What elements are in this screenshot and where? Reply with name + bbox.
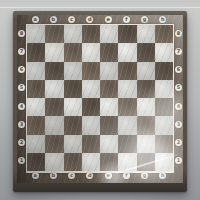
square-b5[interactable] bbox=[45, 80, 63, 98]
square-d5[interactable] bbox=[82, 80, 100, 98]
rank-label-right-8: 8 bbox=[175, 30, 182, 37]
rank-label-right-3: 3 bbox=[175, 121, 182, 128]
square-g6[interactable] bbox=[137, 62, 155, 80]
file-label-top-f: f bbox=[123, 16, 130, 23]
rank-label-right-2: 2 bbox=[175, 139, 182, 146]
square-b8[interactable] bbox=[45, 25, 63, 43]
rank-label-left-8: 8 bbox=[18, 30, 25, 37]
square-h7[interactable] bbox=[155, 43, 173, 61]
square-f6[interactable] bbox=[118, 62, 136, 80]
square-f8[interactable] bbox=[118, 25, 136, 43]
rank-label-right-5: 5 bbox=[175, 84, 182, 91]
square-f2[interactable] bbox=[118, 135, 136, 153]
square-b3[interactable] bbox=[45, 116, 63, 134]
square-c3[interactable] bbox=[64, 116, 82, 134]
board-marble-border: aabbccddeeffgghh8877665544332211 bbox=[17, 15, 183, 183]
square-f4[interactable] bbox=[118, 98, 136, 116]
square-c7[interactable] bbox=[64, 43, 82, 61]
square-c5[interactable] bbox=[64, 80, 82, 98]
rank-label-left-3: 3 bbox=[18, 121, 25, 128]
square-g8[interactable] bbox=[137, 25, 155, 43]
rank-label-left-4: 4 bbox=[18, 103, 25, 110]
file-label-top-b: b bbox=[50, 16, 57, 23]
square-f5[interactable] bbox=[118, 80, 136, 98]
file-label-bottom-g: g bbox=[141, 172, 148, 179]
square-e3[interactable] bbox=[100, 116, 118, 134]
square-a1[interactable] bbox=[27, 153, 45, 171]
rank-label-left-2: 2 bbox=[18, 139, 25, 146]
square-g2[interactable] bbox=[137, 135, 155, 153]
square-d4[interactable] bbox=[82, 98, 100, 116]
file-label-top-g: g bbox=[141, 16, 148, 23]
square-e2[interactable] bbox=[100, 135, 118, 153]
chess-table: aabbccddeeffgghh8877665544332211 bbox=[13, 11, 187, 192]
file-label-top-h: h bbox=[159, 16, 166, 23]
square-e1[interactable] bbox=[100, 153, 118, 171]
file-label-top-a: a bbox=[32, 16, 39, 23]
square-e6[interactable] bbox=[100, 62, 118, 80]
square-a6[interactable] bbox=[27, 62, 45, 80]
square-e8[interactable] bbox=[100, 25, 118, 43]
rank-label-right-4: 4 bbox=[175, 103, 182, 110]
square-h2[interactable] bbox=[155, 135, 173, 153]
square-a4[interactable] bbox=[27, 98, 45, 116]
square-h3[interactable] bbox=[155, 116, 173, 134]
square-c4[interactable] bbox=[64, 98, 82, 116]
square-h4[interactable] bbox=[155, 98, 173, 116]
file-label-bottom-h: h bbox=[159, 172, 166, 179]
square-c6[interactable] bbox=[64, 62, 82, 80]
square-e5[interactable] bbox=[100, 80, 118, 98]
square-g4[interactable] bbox=[137, 98, 155, 116]
square-d6[interactable] bbox=[82, 62, 100, 80]
square-e7[interactable] bbox=[100, 43, 118, 61]
file-label-bottom-d: d bbox=[86, 172, 93, 179]
square-b6[interactable] bbox=[45, 62, 63, 80]
file-label-top-c: c bbox=[68, 16, 75, 23]
rank-label-right-7: 7 bbox=[175, 48, 182, 55]
file-label-top-d: d bbox=[86, 16, 93, 23]
file-label-bottom-c: c bbox=[68, 172, 75, 179]
square-e4[interactable] bbox=[100, 98, 118, 116]
square-h5[interactable] bbox=[155, 80, 173, 98]
square-a2[interactable] bbox=[27, 135, 45, 153]
square-f3[interactable] bbox=[118, 116, 136, 134]
square-b2[interactable] bbox=[45, 135, 63, 153]
square-h6[interactable] bbox=[155, 62, 173, 80]
rank-label-left-5: 5 bbox=[18, 84, 25, 91]
rank-label-left-6: 6 bbox=[18, 66, 25, 73]
square-d1[interactable] bbox=[82, 153, 100, 171]
rank-label-left-7: 7 bbox=[18, 48, 25, 55]
square-b1[interactable] bbox=[45, 153, 63, 171]
rank-label-right-6: 6 bbox=[175, 66, 182, 73]
square-g5[interactable] bbox=[137, 80, 155, 98]
square-a8[interactable] bbox=[27, 25, 45, 43]
metal-surface-background: aabbccddeeffgghh8877665544332211 bbox=[0, 0, 200, 200]
file-label-top-e: e bbox=[105, 16, 112, 23]
square-b7[interactable] bbox=[45, 43, 63, 61]
square-c2[interactable] bbox=[64, 135, 82, 153]
square-c8[interactable] bbox=[64, 25, 82, 43]
file-label-bottom-f: f bbox=[123, 172, 130, 179]
square-d8[interactable] bbox=[82, 25, 100, 43]
square-a3[interactable] bbox=[27, 116, 45, 134]
square-b4[interactable] bbox=[45, 98, 63, 116]
square-c1[interactable] bbox=[64, 153, 82, 171]
file-label-bottom-b: b bbox=[50, 172, 57, 179]
square-a7[interactable] bbox=[27, 43, 45, 61]
rank-label-right-1: 1 bbox=[175, 157, 182, 164]
square-d3[interactable] bbox=[82, 116, 100, 134]
countertop-seam bbox=[0, 7, 200, 8]
file-label-bottom-a: a bbox=[32, 172, 39, 179]
square-g3[interactable] bbox=[137, 116, 155, 134]
rank-label-left-1: 1 bbox=[18, 157, 25, 164]
square-d7[interactable] bbox=[82, 43, 100, 61]
square-d2[interactable] bbox=[82, 135, 100, 153]
square-g7[interactable] bbox=[137, 43, 155, 61]
chess-board-grid bbox=[26, 24, 174, 173]
square-a5[interactable] bbox=[27, 80, 45, 98]
square-f7[interactable] bbox=[118, 43, 136, 61]
square-h8[interactable] bbox=[155, 25, 173, 43]
